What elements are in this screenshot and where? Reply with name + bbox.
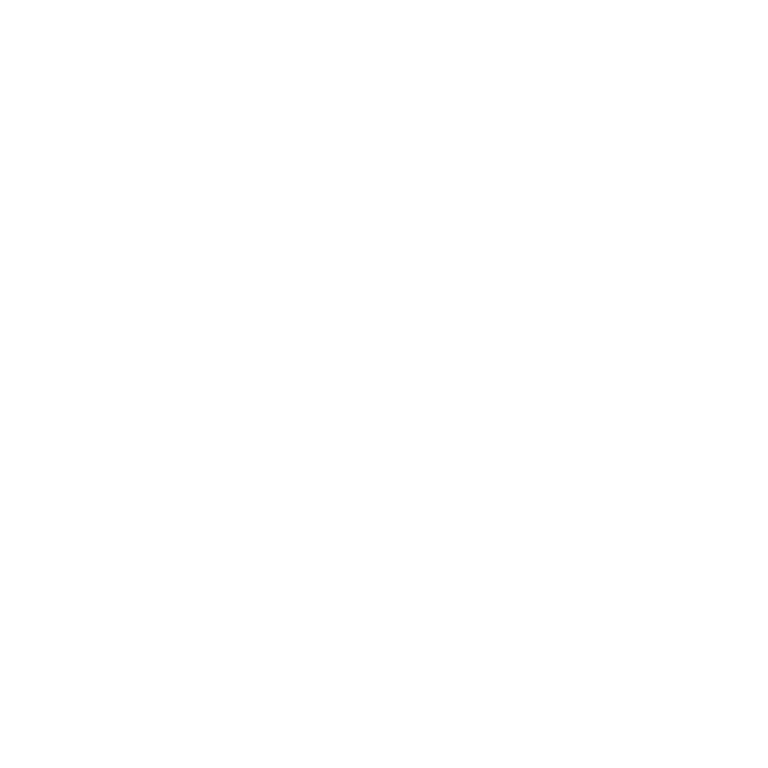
chess-board	[0, 0, 768, 768]
